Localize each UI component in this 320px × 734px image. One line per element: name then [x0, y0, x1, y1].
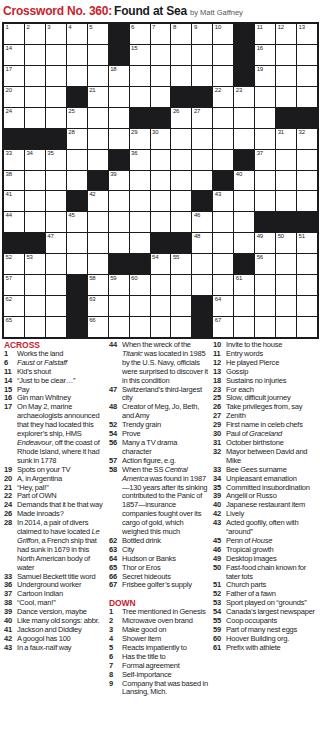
grid-cell[interactable] — [234, 108, 254, 128]
grid-cell[interactable]: 54 — [151, 254, 171, 274]
cell-number: 64 — [215, 296, 221, 303]
grid-cell[interactable] — [171, 66, 191, 86]
grid-cell[interactable] — [46, 296, 66, 316]
black-cell — [255, 212, 275, 232]
grid-cell[interactable] — [109, 87, 129, 107]
grid-cell[interactable] — [276, 317, 296, 337]
cell-number: 5 — [89, 24, 92, 31]
black-cell — [25, 233, 45, 253]
grid-cell[interactable]: 42 — [88, 191, 108, 211]
black-cell — [130, 254, 150, 274]
grid-cell[interactable] — [276, 254, 296, 274]
grid-cell[interactable]: 8 — [171, 24, 191, 44]
grid-cell[interactable]: 57 — [4, 275, 24, 295]
grid-cell[interactable] — [46, 45, 66, 65]
grid-cell[interactable] — [213, 66, 233, 86]
grid-cell[interactable] — [88, 254, 108, 274]
black-cell — [4, 233, 24, 253]
grid-cell[interactable] — [192, 254, 212, 274]
clue-number: 43 — [213, 519, 226, 528]
cell-number: 27 — [194, 108, 200, 115]
grid-cell[interactable] — [109, 129, 129, 149]
grid-cell[interactable]: 63 — [88, 296, 108, 316]
grid-cell[interactable] — [276, 66, 296, 86]
clue-number: 56 — [109, 439, 122, 448]
grid-cell[interactable] — [171, 171, 191, 191]
cell-number: 53 — [26, 254, 32, 261]
grid-cell[interactable]: 19 — [255, 66, 275, 86]
grid-cell[interactable]: 41 — [4, 191, 24, 211]
black-cell — [192, 191, 212, 211]
grid-cell[interactable] — [130, 87, 150, 107]
grid-cell[interactable] — [151, 87, 171, 107]
black-cell — [171, 233, 191, 253]
cell-number: 21 — [89, 87, 95, 94]
grid-cell[interactable] — [109, 233, 129, 253]
cell-number: 15 — [131, 45, 137, 52]
grid-cell[interactable] — [46, 212, 66, 232]
black-cell — [234, 24, 254, 44]
grid-cell[interactable] — [297, 317, 317, 337]
grid-cell[interactable]: 61 — [234, 275, 254, 295]
grid-cell[interactable] — [46, 275, 66, 295]
grid-cell[interactable]: 15 — [130, 45, 150, 65]
puzzle-header: Crossword No. 360:Found at Seaby Matt Ga… — [3, 1, 243, 19]
black-cell — [192, 296, 212, 316]
black-cell — [192, 317, 212, 337]
cell-number: 50 — [278, 233, 284, 240]
cell-number: 2 — [26, 24, 29, 31]
across-clue-17: 17On May 2, marine archaeologists announ… — [4, 403, 104, 465]
grid-cell[interactable]: 60 — [130, 275, 150, 295]
cell-number: 36 — [131, 150, 137, 157]
grid-cell[interactable]: 58 — [88, 275, 108, 295]
grid-cell[interactable]: 23 — [234, 87, 254, 107]
cell-number: 41 — [6, 191, 12, 198]
grid-cell[interactable] — [88, 150, 108, 170]
grid-cell[interactable] — [255, 87, 275, 107]
grid-cell[interactable]: 39 — [109, 171, 129, 191]
grid-cell[interactable]: 30 — [151, 129, 171, 149]
cell-number: 34 — [26, 150, 32, 157]
grid-cell[interactable] — [25, 66, 45, 86]
black-cell — [4, 129, 24, 149]
grid-cell[interactable] — [130, 191, 150, 211]
grid-cell[interactable]: 67 — [213, 317, 233, 337]
cell-number: 40 — [236, 171, 242, 178]
grid-cell[interactable] — [46, 254, 66, 274]
grid-cell[interactable] — [213, 233, 233, 253]
cell-number: 7 — [152, 24, 155, 31]
grid-cell[interactable] — [151, 317, 171, 337]
grid-cell[interactable] — [88, 66, 108, 86]
black-cell — [67, 296, 87, 316]
grid-cell[interactable] — [255, 129, 275, 149]
black-cell — [67, 317, 87, 337]
clue-column-1: ACROSS1Works the land6Faust or Falstaff1… — [4, 341, 104, 697]
cell-number: 18 — [110, 66, 116, 73]
cell-number: 63 — [89, 296, 95, 303]
grid-cell[interactable]: 3 — [46, 24, 66, 44]
grid-cell[interactable]: 40 — [234, 171, 254, 191]
grid-cell[interactable] — [151, 45, 171, 65]
grid-cell[interactable] — [171, 296, 191, 316]
black-cell — [67, 87, 87, 107]
grid-cell[interactable] — [234, 129, 254, 149]
grid-cell[interactable] — [192, 150, 212, 170]
grid-cell[interactable]: 1 — [4, 24, 24, 44]
grid-cell[interactable] — [46, 87, 66, 107]
grid-cell[interactable] — [130, 212, 150, 232]
grid-cell[interactable] — [234, 191, 254, 211]
grid-cell[interactable] — [171, 275, 191, 295]
grid-cell[interactable] — [255, 171, 275, 191]
grid-cell[interactable] — [46, 317, 66, 337]
grid-cell[interactable]: 25 — [67, 108, 87, 128]
cell-number: 52 — [6, 254, 12, 261]
clue-column-2: 44When the wreck of the Titanic was loca… — [109, 341, 208, 697]
grid-cell[interactable] — [297, 45, 317, 65]
cell-number: 67 — [215, 317, 221, 324]
grid-cell[interactable]: 65 — [4, 317, 24, 337]
grid-cell[interactable] — [297, 87, 317, 107]
grid-cell[interactable] — [234, 296, 254, 316]
grid-cell[interactable] — [276, 171, 296, 191]
grid-cell[interactable] — [276, 275, 296, 295]
grid-cell[interactable]: 4 — [67, 24, 87, 44]
grid-cell[interactable]: 47 — [46, 233, 66, 253]
grid-cell[interactable] — [109, 191, 129, 211]
grid-cell[interactable] — [255, 108, 275, 128]
grid-cell[interactable]: 12 — [276, 24, 296, 44]
grid-cell[interactable] — [255, 296, 275, 316]
black-cell — [192, 87, 212, 107]
cell-number: 30 — [152, 129, 158, 136]
grid-cell[interactable] — [151, 150, 171, 170]
grid-cell[interactable]: 11 — [255, 24, 275, 44]
clue-number: 43 — [4, 644, 17, 653]
grid-cell[interactable] — [46, 171, 66, 191]
grid-cell[interactable]: 52 — [4, 254, 24, 274]
grid-cell[interactable] — [276, 45, 296, 65]
cell-number: 61 — [236, 275, 242, 282]
cell-number: 25 — [68, 108, 74, 115]
grid-cell[interactable] — [171, 212, 191, 232]
grid-cell[interactable]: 20 — [4, 87, 24, 107]
grid-cell[interactable]: 32 — [297, 129, 317, 149]
grid-cell[interactable]: 34 — [25, 150, 45, 170]
across-clue-58: 58When the SS Central America was found … — [109, 466, 208, 537]
clue-column-3: 10Invite to the house11Entry words12He p… — [213, 341, 316, 697]
cell-number: 54 — [152, 254, 158, 261]
grid-cell[interactable] — [67, 45, 87, 65]
grid-cell[interactable]: 5 — [88, 24, 108, 44]
black-cell — [234, 150, 254, 170]
grid-cell[interactable] — [297, 171, 317, 191]
down-clue-50: 50Fast-food chain known for tater tots — [213, 564, 316, 582]
cell-number: 19 — [257, 66, 263, 73]
clue-number: 67 — [109, 581, 122, 590]
grid-cell[interactable] — [276, 191, 296, 211]
grid-cell[interactable] — [130, 317, 150, 337]
cell-number: 31 — [278, 129, 284, 136]
puzzle-byline: by Matt Gaffney — [190, 8, 243, 17]
clue-number: 50 — [213, 564, 226, 573]
grid-cell[interactable] — [130, 296, 150, 316]
grid-cell[interactable] — [46, 191, 66, 211]
cell-number: 33 — [6, 150, 12, 157]
grid-cell[interactable]: 29 — [130, 129, 150, 149]
cell-number: 14 — [6, 45, 12, 52]
grid-cell[interactable] — [297, 275, 317, 295]
grid-cell[interactable] — [25, 108, 45, 128]
grid-cell[interactable] — [67, 171, 87, 191]
grid-cell[interactable] — [213, 108, 233, 128]
cell-number: 11 — [257, 24, 263, 31]
across-clue-67: 67Frisbee golfer’s supply — [109, 581, 208, 590]
cell-number: 1 — [6, 24, 9, 31]
black-cell — [109, 24, 129, 44]
cell-number: 17 — [6, 66, 12, 73]
cell-number: 38 — [6, 171, 12, 178]
grid-cell[interactable] — [192, 66, 212, 86]
grid-cell[interactable]: 49 — [255, 233, 275, 253]
black-cell — [171, 87, 191, 107]
black-cell — [67, 275, 87, 295]
grid-cell[interactable]: 62 — [4, 296, 24, 316]
clue-number: 44 — [109, 341, 122, 350]
clue-number: 17 — [4, 403, 17, 412]
grid-cell[interactable] — [213, 129, 233, 149]
black-cell — [109, 45, 129, 65]
black-cell — [213, 171, 233, 191]
cell-number: 60 — [131, 275, 137, 282]
cell-number: 8 — [173, 24, 176, 31]
grid-cell[interactable] — [109, 108, 129, 128]
grid-cell[interactable]: 28 — [67, 129, 87, 149]
grid-cell[interactable]: 38 — [4, 171, 24, 191]
grid-cell[interactable] — [151, 171, 171, 191]
grid-cell[interactable] — [192, 171, 212, 191]
grid-cell[interactable] — [213, 150, 233, 170]
grid-cell[interactable] — [151, 212, 171, 232]
grid-cell[interactable] — [297, 191, 317, 211]
grid-cell[interactable]: 9 — [192, 24, 212, 44]
grid-cell[interactable]: 37 — [255, 150, 275, 170]
grid-cell[interactable] — [151, 191, 171, 211]
grid-cell[interactable] — [151, 275, 171, 295]
black-cell — [67, 191, 87, 211]
across-clue-28: 28In 2014, a pair of divers claimed to h… — [4, 519, 104, 572]
grid-cell[interactable] — [130, 233, 150, 253]
cell-number: 47 — [47, 233, 53, 240]
grid-cell[interactable]: 64 — [213, 296, 233, 316]
grid-cell[interactable] — [276, 296, 296, 316]
grid-cell[interactable]: 27 — [192, 108, 212, 128]
cell-number: 16 — [257, 45, 263, 52]
grid-cell[interactable]: 66 — [88, 317, 108, 337]
grid-cell[interactable]: 17 — [4, 66, 24, 86]
cell-number: 58 — [89, 275, 95, 282]
cell-number: 32 — [299, 129, 305, 136]
clue-number: 28 — [4, 519, 17, 528]
crossword-grid: 1234567891011121314151617181920212223242… — [2, 22, 319, 339]
black-cell — [130, 108, 150, 128]
grid-cell[interactable]: 36 — [130, 150, 150, 170]
grid-cell[interactable]: 2 — [25, 24, 45, 44]
grid-cell[interactable]: 43 — [213, 191, 233, 211]
grid-cell[interactable] — [88, 129, 108, 149]
grid-cell[interactable] — [67, 150, 87, 170]
grid-cell[interactable]: 51 — [297, 233, 317, 253]
down-clue-43: 43Acted goofily, often with “around” — [213, 519, 316, 537]
across-clue-47: 47Switzerland’s third-largest city — [109, 386, 208, 404]
grid-cell[interactable] — [171, 150, 191, 170]
grid-cell[interactable]: 26 — [171, 108, 191, 128]
grid-cell[interactable]: 50 — [276, 233, 296, 253]
grid-cell[interactable] — [46, 108, 66, 128]
clues-section: ACROSS1Works the land6Faust or Falstaff1… — [4, 341, 316, 697]
grid-cell[interactable] — [213, 212, 233, 232]
grid-cell[interactable] — [109, 317, 129, 337]
cell-number: 44 — [6, 212, 12, 219]
grid-cell[interactable]: 56 — [255, 254, 275, 274]
grid-cell[interactable] — [171, 317, 191, 337]
grid-cell[interactable] — [151, 66, 171, 86]
grid-cell[interactable]: 53 — [25, 254, 45, 274]
puzzle-title: Found at Sea — [114, 4, 187, 18]
grid-cell[interactable] — [255, 317, 275, 337]
grid-cell[interactable] — [297, 150, 317, 170]
cell-number: 13 — [299, 24, 305, 31]
down-clue-9: 9Company that was based in Lansing, Mich… — [109, 680, 208, 698]
cell-number: 28 — [68, 129, 74, 136]
down-clue-32: 32Mayor between David and Mike — [213, 448, 316, 466]
grid-cell[interactable] — [25, 191, 45, 211]
cell-number: 9 — [194, 24, 197, 31]
grid-cell[interactable]: 21 — [88, 87, 108, 107]
black-cell — [276, 108, 296, 128]
grid-cell[interactable]: 45 — [67, 212, 87, 232]
grid-cell[interactable]: 7 — [151, 24, 171, 44]
grid-cell[interactable] — [130, 171, 150, 191]
cell-number: 46 — [194, 212, 200, 219]
clue-number: 47 — [109, 386, 122, 395]
grid-cell[interactable]: 59 — [109, 275, 129, 295]
grid-cell[interactable] — [297, 254, 317, 274]
grid-cell[interactable]: 55 — [171, 254, 191, 274]
cell-number: 39 — [110, 171, 116, 178]
grid-cell[interactable] — [213, 254, 233, 274]
grid-cell[interactable] — [192, 129, 212, 149]
grid-cell[interactable] — [88, 233, 108, 253]
grid-cell[interactable] — [276, 150, 296, 170]
cell-number: 42 — [89, 191, 95, 198]
grid-cell[interactable] — [130, 66, 150, 86]
grid-cell[interactable]: 46 — [192, 212, 212, 232]
grid-cell[interactable]: 13 — [297, 24, 317, 44]
grid-cell[interactable] — [25, 45, 45, 65]
grid-cell[interactable] — [88, 108, 108, 128]
grid-cell[interactable] — [25, 296, 45, 316]
grid-cell[interactable] — [67, 66, 87, 86]
cell-number: 26 — [173, 108, 179, 115]
grid-cell[interactable]: 44 — [4, 212, 24, 232]
grid-cell[interactable]: 16 — [255, 45, 275, 65]
black-cell — [297, 212, 317, 232]
grid-cell[interactable]: 18 — [109, 66, 129, 86]
grid-cell[interactable] — [297, 296, 317, 316]
grid-cell[interactable]: 31 — [276, 129, 296, 149]
down-clue-61: 61Prefix with athlete — [213, 644, 316, 653]
grid-cell[interactable]: 6 — [130, 24, 150, 44]
grid-cell[interactable] — [25, 87, 45, 107]
grid-cell[interactable] — [234, 212, 254, 232]
cell-number: 43 — [215, 191, 221, 198]
grid-cell[interactable] — [109, 296, 129, 316]
grid-cell[interactable] — [255, 191, 275, 211]
grid-cell[interactable] — [171, 129, 191, 149]
grid-cell[interactable] — [25, 275, 45, 295]
black-cell — [234, 45, 254, 65]
cell-number: 37 — [257, 150, 263, 157]
grid-cell[interactable] — [88, 212, 108, 232]
grid-cell[interactable]: 48 — [192, 233, 212, 253]
grid-cell[interactable] — [171, 191, 191, 211]
grid-cell[interactable]: 10 — [213, 24, 233, 44]
grid-cell[interactable] — [88, 45, 108, 65]
cell-number: 29 — [131, 129, 137, 136]
grid-cell[interactable]: 14 — [4, 45, 24, 65]
grid-cell[interactable] — [234, 317, 254, 337]
grid-cell[interactable] — [213, 45, 233, 65]
grid-cell[interactable] — [276, 87, 296, 107]
across-clue-44: 44When the wreck of the Titanic was loca… — [109, 341, 208, 386]
grid-cell[interactable] — [192, 275, 212, 295]
grid-cell[interactable]: 24 — [4, 108, 24, 128]
black-cell — [25, 129, 45, 149]
cell-number: 55 — [173, 254, 179, 261]
grid-cell[interactable] — [109, 212, 129, 232]
grid-cell[interactable] — [25, 212, 45, 232]
cell-number: 3 — [47, 24, 50, 31]
puzzle-kicker: Crossword No. 360: — [3, 4, 112, 18]
grid-cell[interactable] — [255, 275, 275, 295]
grid-cell[interactable] — [234, 233, 254, 253]
grid-cell[interactable] — [46, 66, 66, 86]
grid-cell[interactable] — [25, 171, 45, 191]
grid-cell[interactable]: 35 — [46, 150, 66, 170]
grid-cell[interactable]: 22 — [213, 87, 233, 107]
black-cell — [109, 254, 129, 274]
grid-cell[interactable] — [67, 254, 87, 274]
cell-number: 62 — [6, 296, 12, 303]
grid-cell[interactable] — [171, 45, 191, 65]
grid-cell[interactable] — [151, 296, 171, 316]
grid-cell[interactable] — [67, 233, 87, 253]
cell-number: 48 — [194, 233, 200, 240]
grid-cell[interactable]: 33 — [4, 150, 24, 170]
grid-cell[interactable] — [297, 66, 317, 86]
grid-cell[interactable] — [192, 45, 212, 65]
cell-number: 45 — [68, 212, 74, 219]
clue-number: 58 — [109, 466, 122, 475]
black-cell — [109, 150, 129, 170]
cell-number: 57 — [6, 275, 12, 282]
grid-cell[interactable] — [25, 317, 45, 337]
grid-cell[interactable] — [213, 275, 233, 295]
black-cell — [297, 108, 317, 128]
